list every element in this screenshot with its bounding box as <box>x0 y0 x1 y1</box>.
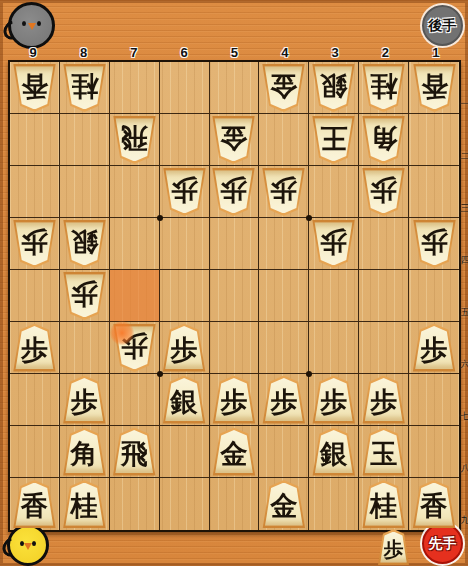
square-1a[interactable]: 香 <box>409 62 459 114</box>
file-label-5: 5 <box>209 45 259 60</box>
piece-kanji: 歩 <box>21 337 48 364</box>
piece-kanji: 桂 <box>71 72 98 99</box>
square-9a[interactable]: 香 <box>10 62 60 114</box>
piece-kanji: 歩 <box>171 337 198 364</box>
piece-kanji: 歩 <box>421 228 448 255</box>
square-3c[interactable] <box>309 166 359 218</box>
square-1i[interactable]: 香 <box>409 478 459 530</box>
piece-face: 香 <box>14 66 54 109</box>
sente-avatar-chick-icon <box>7 524 49 566</box>
piece-face: 歩 <box>64 274 104 317</box>
piece-kanji: 金 <box>220 124 247 151</box>
piece-face: 歩 <box>14 326 54 369</box>
piece-sente-pawn[interactable]: 歩 <box>211 376 256 424</box>
square-3f[interactable] <box>309 322 359 374</box>
square-1c[interactable] <box>409 166 459 218</box>
square-6f[interactable]: 歩 <box>160 322 210 374</box>
piece-face: 歩 <box>264 170 304 213</box>
square-3e[interactable] <box>309 270 359 322</box>
piece-face: 桂 <box>364 66 404 109</box>
square-5f[interactable] <box>210 322 260 374</box>
square-6a[interactable] <box>160 62 210 114</box>
piece-face: 香 <box>414 66 454 109</box>
square-7f[interactable]: 歩 <box>110 322 160 374</box>
piece-face: 歩 <box>380 532 408 563</box>
gote-badge-label: 後手 <box>429 17 457 35</box>
last-move-glow <box>110 321 134 345</box>
piece-gote-silver[interactable]: 銀 <box>311 64 356 112</box>
square-5h[interactable]: 金 <box>210 426 260 478</box>
piece-kanji: 歩 <box>320 389 347 416</box>
piece-face: 歩 <box>164 326 204 369</box>
avatar-tail-icon <box>0 534 24 560</box>
piece-face: 歩 <box>364 170 404 213</box>
rank-label-6: 六 <box>461 320 468 372</box>
square-7a[interactable] <box>110 62 160 114</box>
square-5a[interactable] <box>210 62 260 114</box>
square-3a[interactable]: 銀 <box>309 62 359 114</box>
square-2e[interactable] <box>359 270 409 322</box>
square-1f[interactable]: 歩 <box>409 322 459 374</box>
piece-sente-pawn[interactable]: 歩 <box>412 324 457 372</box>
rank-label-8: 八 <box>461 424 468 476</box>
square-2a[interactable]: 桂 <box>359 62 409 114</box>
piece-kanji: 香 <box>421 493 448 520</box>
shogi-app: 後手 987654321 香桂金銀桂香飛金王角歩歩歩歩歩銀歩歩歩歩歩歩歩歩銀歩歩… <box>0 0 468 566</box>
piece-face: 銀 <box>314 430 354 473</box>
file-label-1: 1 <box>411 45 461 60</box>
square-8b[interactable] <box>60 114 110 166</box>
gote-player-badge: 後手 <box>422 5 463 46</box>
piece-sente-lance[interactable]: 香 <box>412 480 457 528</box>
piece-gote-pawn[interactable]: 歩 <box>62 272 107 320</box>
square-2g[interactable]: 歩 <box>359 374 409 426</box>
piece-face: 歩 <box>364 378 404 421</box>
piece-gote-knight[interactable]: 桂 <box>62 64 107 112</box>
file-labels: 987654321 <box>8 45 461 60</box>
piece-kanji: 歩 <box>384 539 404 559</box>
square-1d[interactable]: 歩 <box>409 218 459 270</box>
piece-kanji: 桂 <box>370 493 397 520</box>
piece-sente-silver[interactable]: 銀 <box>311 428 356 476</box>
file-label-3: 3 <box>310 45 360 60</box>
piece-kanji: 歩 <box>421 337 448 364</box>
square-3b[interactable]: 王 <box>309 114 359 166</box>
piece-face: 歩 <box>214 170 254 213</box>
square-5i[interactable] <box>210 478 260 530</box>
piece-kanji: 歩 <box>370 389 397 416</box>
piece-kanji: 歩 <box>21 228 48 255</box>
piece-kanji: 金 <box>220 441 247 468</box>
piece-gote-gold[interactable]: 金 <box>211 116 256 164</box>
avatar-eye-icon <box>22 21 26 26</box>
piece-kanji: 歩 <box>270 176 297 203</box>
piece-sente-gold[interactable]: 金 <box>261 480 306 528</box>
piece-kanji: 角 <box>370 124 397 151</box>
square-4e[interactable] <box>259 270 309 322</box>
square-4b[interactable] <box>259 114 309 166</box>
rank-label-5: 五 <box>461 268 468 320</box>
square-8f[interactable] <box>60 322 110 374</box>
piece-sente-pawn[interactable]: 歩 <box>311 376 356 424</box>
piece-face: 歩 <box>414 222 454 265</box>
square-6b[interactable] <box>160 114 210 166</box>
gote-avatar-chick-icon <box>8 2 55 49</box>
piece-gote-bishop[interactable]: 角 <box>361 116 406 164</box>
piece-face: 歩 <box>64 378 104 421</box>
piece-kanji: 銀 <box>320 441 347 468</box>
square-8g[interactable]: 歩 <box>60 374 110 426</box>
piece-sente-rook[interactable]: 飛 <box>112 428 157 476</box>
square-2c[interactable]: 歩 <box>359 166 409 218</box>
square-4h[interactable] <box>259 426 309 478</box>
piece-sente-knight[interactable]: 桂 <box>62 480 107 528</box>
square-9i[interactable]: 香 <box>10 478 60 530</box>
square-5b[interactable]: 金 <box>210 114 260 166</box>
piece-face: 王 <box>314 118 354 161</box>
square-4f[interactable] <box>259 322 309 374</box>
piece-face: 銀 <box>314 66 354 109</box>
square-6c[interactable]: 歩 <box>160 166 210 218</box>
square-4a[interactable]: 金 <box>259 62 309 114</box>
square-9c[interactable] <box>10 166 60 218</box>
square-6e[interactable] <box>160 270 210 322</box>
piece-sente-silver[interactable]: 銀 <box>162 376 207 424</box>
piece-face: 銀 <box>64 222 104 265</box>
piece-sente-pawn[interactable]: 歩 <box>377 529 410 565</box>
square-5e[interactable] <box>210 270 260 322</box>
square-9e[interactable] <box>10 270 60 322</box>
piece-kanji: 銀 <box>320 72 347 99</box>
square-4i[interactable]: 金 <box>259 478 309 530</box>
piece-face: 金 <box>214 430 254 473</box>
piece-gote-pawn[interactable]: 歩 <box>162 168 207 216</box>
square-7e[interactable] <box>110 270 160 322</box>
square-7c[interactable] <box>110 166 160 218</box>
sente-player-badge: 先手 <box>422 523 463 564</box>
piece-face: 歩 <box>314 378 354 421</box>
square-8a[interactable]: 桂 <box>60 62 110 114</box>
square-3d[interactable]: 歩 <box>309 218 359 270</box>
piece-face: 銀 <box>164 378 204 421</box>
square-3h[interactable]: 銀 <box>309 426 359 478</box>
square-7g[interactable] <box>110 374 160 426</box>
piece-sente-pawn[interactable]: 歩 <box>361 376 406 424</box>
star-point <box>157 215 163 221</box>
rank-label-7: 七 <box>461 372 468 424</box>
piece-sente-pawn[interactable]: 歩 <box>162 324 207 372</box>
square-7b[interactable]: 飛 <box>110 114 160 166</box>
square-8d[interactable]: 銀 <box>60 218 110 270</box>
piece-kanji: 歩 <box>270 389 297 416</box>
piece-kanji: 角 <box>71 441 98 468</box>
star-point <box>157 371 163 377</box>
avatar-beak-icon <box>24 543 32 550</box>
square-4g[interactable]: 歩 <box>259 374 309 426</box>
piece-sente-king[interactable]: 玉 <box>361 428 406 476</box>
piece-sente-lance[interactable]: 香 <box>12 480 57 528</box>
square-5d[interactable] <box>210 218 260 270</box>
piece-kanji: 桂 <box>71 493 98 520</box>
piece-face: 飛 <box>114 118 154 161</box>
square-7i[interactable] <box>110 478 160 530</box>
square-9g[interactable] <box>10 374 60 426</box>
rank-label-3: 三 <box>461 164 468 216</box>
square-5c[interactable]: 歩 <box>210 166 260 218</box>
rank-label-9: 九 <box>461 476 468 528</box>
star-point <box>306 215 312 221</box>
piece-sente-bishop[interactable]: 角 <box>62 428 107 476</box>
piece-gote-lance[interactable]: 香 <box>12 64 57 112</box>
square-2h[interactable]: 玉 <box>359 426 409 478</box>
avatar-eye-icon <box>37 21 41 26</box>
piece-sente-pawn[interactable]: 歩 <box>261 376 306 424</box>
star-point <box>306 371 312 377</box>
square-6g[interactable]: 銀 <box>160 374 210 426</box>
square-7d[interactable] <box>110 218 160 270</box>
file-label-4: 4 <box>260 45 310 60</box>
board-grid: 香桂金銀桂香飛金王角歩歩歩歩歩銀歩歩歩歩歩歩歩歩銀歩歩歩歩角飛金銀玉香桂金桂香 <box>10 62 459 530</box>
piece-kanji: 歩 <box>370 176 397 203</box>
rank-label-1: 一 <box>461 60 468 112</box>
piece-face: 桂 <box>64 66 104 109</box>
square-7h[interactable]: 飛 <box>110 426 160 478</box>
piece-face: 金 <box>264 483 304 526</box>
avatar-eye-icon <box>32 541 36 546</box>
rank-labels: 一二三四五六七八九 <box>461 60 468 528</box>
piece-kanji: 金 <box>270 72 297 99</box>
piece-face: 角 <box>64 430 104 473</box>
square-9f[interactable]: 歩 <box>10 322 60 374</box>
piece-kanji: 香 <box>421 72 448 99</box>
square-8h[interactable]: 角 <box>60 426 110 478</box>
piece-kanji: 桂 <box>370 72 397 99</box>
piece-kanji: 玉 <box>370 441 397 468</box>
square-8c[interactable] <box>60 166 110 218</box>
piece-face: 金 <box>214 118 254 161</box>
piece-face: 桂 <box>64 483 104 526</box>
piece-sente-pawn[interactable]: 歩 <box>62 376 107 424</box>
piece-face: 香 <box>14 483 54 526</box>
square-6h[interactable] <box>160 426 210 478</box>
piece-face: 香 <box>414 483 454 526</box>
piece-face: 飛 <box>114 430 154 473</box>
square-6i[interactable] <box>160 478 210 530</box>
square-5g[interactable]: 歩 <box>210 374 260 426</box>
sente-hand-tray: 歩 <box>377 529 410 565</box>
square-8i[interactable]: 桂 <box>60 478 110 530</box>
piece-face: 金 <box>264 66 304 109</box>
square-3i[interactable] <box>309 478 359 530</box>
piece-face: 歩 <box>414 326 454 369</box>
piece-kanji: 歩 <box>320 228 347 255</box>
square-4d[interactable] <box>259 218 309 270</box>
piece-kanji: 歩 <box>71 280 98 307</box>
rank-label-4: 四 <box>461 216 468 268</box>
rank-label-2: 二 <box>461 112 468 164</box>
square-2d[interactable] <box>359 218 409 270</box>
square-4c[interactable]: 歩 <box>259 166 309 218</box>
piece-gote-pawn[interactable]: 歩 <box>412 220 457 268</box>
piece-kanji: 香 <box>21 72 48 99</box>
piece-face: 歩 <box>264 378 304 421</box>
piece-kanji: 飛 <box>121 441 148 468</box>
piece-kanji: 金 <box>270 493 297 520</box>
piece-face: 角 <box>364 118 404 161</box>
square-2b[interactable]: 角 <box>359 114 409 166</box>
piece-kanji: 歩 <box>220 176 247 203</box>
piece-kanji: 香 <box>21 493 48 520</box>
piece-face: 歩 <box>314 222 354 265</box>
square-9d[interactable]: 歩 <box>10 218 60 270</box>
piece-gote-pawn[interactable]: 歩 <box>361 168 406 216</box>
piece-face: 玉 <box>364 430 404 473</box>
file-label-9: 9 <box>8 45 58 60</box>
piece-kanji: 王 <box>320 124 347 151</box>
piece-face: 歩 <box>164 170 204 213</box>
square-1e[interactable] <box>409 270 459 322</box>
piece-gote-pawn[interactable]: 歩 <box>311 220 356 268</box>
piece-sente-pawn[interactable]: 歩 <box>12 324 57 372</box>
piece-gote-lance[interactable]: 香 <box>412 64 457 112</box>
avatar-beak-icon <box>28 23 36 30</box>
square-1h[interactable] <box>409 426 459 478</box>
square-6d[interactable] <box>160 218 210 270</box>
square-8e[interactable]: 歩 <box>60 270 110 322</box>
square-9b[interactable] <box>10 114 60 166</box>
piece-kanji: 銀 <box>71 228 98 255</box>
piece-gote-pawn[interactable]: 歩 <box>211 168 256 216</box>
piece-gote-silver[interactable]: 銀 <box>62 220 107 268</box>
piece-kanji: 歩 <box>171 176 198 203</box>
piece-gote-king[interactable]: 王 <box>311 116 356 164</box>
square-9h[interactable] <box>10 426 60 478</box>
square-3g[interactable]: 歩 <box>309 374 359 426</box>
shogi-board: 香桂金銀桂香飛金王角歩歩歩歩歩銀歩歩歩歩歩歩歩歩銀歩歩歩歩角飛金銀玉香桂金桂香 <box>8 60 461 532</box>
piece-face: 歩 <box>14 222 54 265</box>
piece-gote-knight[interactable]: 桂 <box>361 64 406 112</box>
piece-gote-gold[interactable]: 金 <box>261 64 306 112</box>
file-label-2: 2 <box>360 45 410 60</box>
file-label-7: 7 <box>109 45 159 60</box>
piece-kanji: 銀 <box>171 389 198 416</box>
piece-sente-gold[interactable]: 金 <box>211 428 256 476</box>
avatar-tail-icon <box>0 17 25 43</box>
square-2f[interactable] <box>359 322 409 374</box>
file-label-6: 6 <box>159 45 209 60</box>
sente-badge-label: 先手 <box>429 535 457 553</box>
square-2i[interactable]: 桂 <box>359 478 409 530</box>
square-1g[interactable] <box>409 374 459 426</box>
piece-gote-pawn[interactable]: 歩 <box>261 168 306 216</box>
file-label-8: 8 <box>58 45 108 60</box>
square-1b[interactable] <box>409 114 459 166</box>
piece-kanji: 歩 <box>71 389 98 416</box>
piece-gote-rook[interactable]: 飛 <box>112 116 157 164</box>
piece-face: 桂 <box>364 483 404 526</box>
piece-face: 歩 <box>214 378 254 421</box>
piece-kanji: 歩 <box>220 389 247 416</box>
piece-kanji: 飛 <box>121 124 148 151</box>
piece-sente-knight[interactable]: 桂 <box>361 480 406 528</box>
piece-gote-pawn[interactable]: 歩 <box>12 220 57 268</box>
